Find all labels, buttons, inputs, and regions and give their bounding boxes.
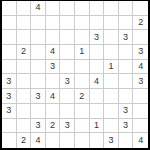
cell-r7c8[interactable] — [104, 89, 119, 104]
cell-r7c10[interactable] — [133, 89, 148, 104]
cell-r4c5[interactable] — [60, 45, 75, 60]
cell-r5c1[interactable] — [2, 60, 17, 75]
cell-r4c9[interactable] — [119, 45, 134, 60]
cell-r3c2[interactable] — [17, 30, 32, 45]
cell-r7c7[interactable] — [90, 89, 105, 104]
cell-r9c7[interactable]: 1 — [90, 119, 105, 134]
cell-r3c6[interactable] — [75, 30, 90, 45]
cell-r9c6[interactable] — [75, 119, 90, 134]
cell-r5c6[interactable] — [75, 60, 90, 75]
cell-r7c9[interactable] — [119, 89, 134, 104]
cell-r1c7[interactable] — [90, 1, 105, 16]
cell-r10c5[interactable] — [60, 133, 75, 148]
cell-r7c1[interactable]: 3 — [2, 89, 17, 104]
cell-r1c5[interactable] — [60, 1, 75, 16]
cell-r3c10[interactable] — [133, 30, 148, 45]
cell-r10c4[interactable] — [46, 133, 61, 148]
cell-r8c4[interactable] — [46, 104, 61, 119]
cell-r5c8[interactable]: 1 — [104, 60, 119, 75]
cell-r5c2[interactable] — [17, 60, 32, 75]
cell-r4c2[interactable]: 2 — [17, 45, 32, 60]
cell-r1c1[interactable] — [2, 1, 17, 16]
cell-r4c10[interactable]: 3 — [133, 45, 148, 60]
cell-r1c2[interactable] — [17, 1, 32, 16]
cell-r3c4[interactable] — [46, 30, 61, 45]
cell-r1c6[interactable] — [75, 1, 90, 16]
cell-r4c1[interactable] — [2, 45, 17, 60]
cell-r2c8[interactable] — [104, 16, 119, 31]
cell-r9c3[interactable]: 3 — [31, 119, 46, 134]
cell-r6c5[interactable]: 3 — [60, 74, 75, 89]
cell-r10c2[interactable]: 2 — [17, 133, 32, 148]
cell-r9c2[interactable] — [17, 119, 32, 134]
cell-r1c3[interactable]: 4 — [31, 1, 46, 16]
cell-r5c4[interactable]: 3 — [46, 60, 61, 75]
cell-r8c5[interactable] — [60, 104, 75, 119]
cell-r9c1[interactable] — [2, 119, 17, 134]
cell-r1c9[interactable] — [119, 1, 134, 16]
cell-r6c7[interactable]: 4 — [90, 74, 105, 89]
cell-r7c6[interactable]: 2 — [75, 89, 90, 104]
cell-r10c1[interactable] — [2, 133, 17, 148]
cell-r1c8[interactable] — [104, 1, 119, 16]
cell-r8c6[interactable] — [75, 104, 90, 119]
cell-r3c9[interactable]: 3 — [119, 30, 134, 45]
cell-r3c3[interactable] — [31, 30, 46, 45]
cell-r9c4[interactable]: 2 — [46, 119, 61, 134]
cell-r7c2[interactable] — [17, 89, 32, 104]
cell-r2c6[interactable] — [75, 16, 90, 31]
cell-r9c10[interactable] — [133, 119, 148, 134]
cell-r8c3[interactable] — [31, 104, 46, 119]
cell-r5c3[interactable] — [31, 60, 46, 75]
cell-r9c8[interactable] — [104, 119, 119, 134]
cell-r3c7[interactable]: 3 — [90, 30, 105, 45]
cell-r6c10[interactable]: 3 — [133, 74, 148, 89]
cell-r10c10[interactable]: 4 — [133, 133, 148, 148]
puzzle-board: 423324133143343334233323132434 — [0, 0, 150, 150]
cell-r8c9[interactable]: 3 — [119, 104, 134, 119]
cell-r8c7[interactable] — [90, 104, 105, 119]
cell-r3c1[interactable] — [2, 30, 17, 45]
cell-r10c3[interactable]: 4 — [31, 133, 46, 148]
cell-r6c4[interactable] — [46, 74, 61, 89]
cell-r9c9[interactable]: 3 — [119, 119, 134, 134]
cell-r6c3[interactable] — [31, 74, 46, 89]
cell-r2c7[interactable] — [90, 16, 105, 31]
cell-r4c7[interactable] — [90, 45, 105, 60]
cell-r1c4[interactable] — [46, 1, 61, 16]
cell-r4c4[interactable]: 4 — [46, 45, 61, 60]
cell-r2c10[interactable]: 2 — [133, 16, 148, 31]
cell-r8c2[interactable] — [17, 104, 32, 119]
cell-r7c4[interactable]: 4 — [46, 89, 61, 104]
cell-r5c9[interactable] — [119, 60, 134, 75]
cell-r4c3[interactable] — [31, 45, 46, 60]
cell-r5c7[interactable] — [90, 60, 105, 75]
cell-r2c9[interactable] — [119, 16, 134, 31]
cell-r6c9[interactable] — [119, 74, 134, 89]
cell-r8c1[interactable]: 3 — [2, 104, 17, 119]
cell-r6c8[interactable] — [104, 74, 119, 89]
cell-r1c10[interactable] — [133, 1, 148, 16]
cell-r4c6[interactable]: 1 — [75, 45, 90, 60]
cell-r6c2[interactable] — [17, 74, 32, 89]
cell-r2c2[interactable] — [17, 16, 32, 31]
cell-r10c9[interactable] — [119, 133, 134, 148]
cell-r2c4[interactable] — [46, 16, 61, 31]
cell-r5c10[interactable]: 4 — [133, 60, 148, 75]
cell-r6c6[interactable] — [75, 74, 90, 89]
cell-r4c8[interactable] — [104, 45, 119, 60]
cell-r3c5[interactable] — [60, 30, 75, 45]
cell-r10c7[interactable] — [90, 133, 105, 148]
cell-r2c1[interactable] — [2, 16, 17, 31]
cell-r10c8[interactable]: 3 — [104, 133, 119, 148]
cell-r2c3[interactable] — [31, 16, 46, 31]
cell-r8c8[interactable] — [104, 104, 119, 119]
cell-r10c6[interactable] — [75, 133, 90, 148]
cell-r3c8[interactable] — [104, 30, 119, 45]
cell-r7c5[interactable] — [60, 89, 75, 104]
cell-r2c5[interactable] — [60, 16, 75, 31]
cell-r9c5[interactable]: 3 — [60, 119, 75, 134]
cell-r6c1[interactable]: 3 — [2, 74, 17, 89]
cell-r8c10[interactable] — [133, 104, 148, 119]
cell-r7c3[interactable]: 3 — [31, 89, 46, 104]
cell-r5c5[interactable] — [60, 60, 75, 75]
